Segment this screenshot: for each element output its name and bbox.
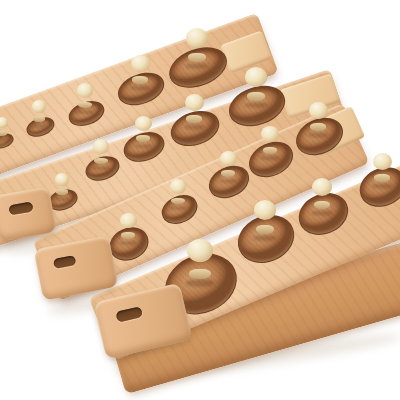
knob-foot xyxy=(136,135,150,142)
finger-notch xyxy=(8,201,33,215)
cylinder-knob-b1-c1[interactable] xyxy=(0,117,8,136)
cylinder-knob-b1-c5[interactable] xyxy=(186,28,208,62)
cylinder-knob-b2-c1[interactable] xyxy=(55,173,69,195)
knob-contact-shadow xyxy=(185,63,209,69)
knob-head xyxy=(309,102,328,119)
cylinder-knob-b4-c5[interactable] xyxy=(373,153,392,182)
cylinder-knob-b2-c3[interactable] xyxy=(135,116,152,142)
cylinder-knob-b4-c3[interactable] xyxy=(254,200,276,234)
knob-foot xyxy=(221,170,235,177)
cylinder-knob-b4-c4[interactable] xyxy=(312,178,332,209)
knob-head xyxy=(77,83,93,98)
knob-head xyxy=(373,153,392,170)
cylinder-knob-b1-c3[interactable] xyxy=(77,83,93,108)
knob-foot xyxy=(33,116,44,122)
knob-contact-shadow xyxy=(311,210,333,216)
knob-contact-shadow xyxy=(372,183,393,188)
knob-contact-shadow xyxy=(54,197,69,201)
knob-head xyxy=(32,100,46,113)
knob-head xyxy=(55,173,69,186)
cylinder-knob-b4-c2[interactable] xyxy=(187,239,213,279)
knob-head xyxy=(312,178,332,196)
knob-head xyxy=(93,139,109,154)
knob-head xyxy=(120,213,137,228)
scene xyxy=(0,0,400,400)
cylinder-knob-b2-c2[interactable] xyxy=(93,139,109,164)
knob-contact-shadow xyxy=(0,138,9,141)
knob-head xyxy=(135,116,152,131)
knob-head xyxy=(254,200,276,220)
cylinder-knob-b3-c1[interactable] xyxy=(170,179,186,204)
knob-contact-shadow xyxy=(184,124,205,129)
knob-contact-shadow xyxy=(130,85,151,90)
cylinder-knob-b2-c4[interactable] xyxy=(185,94,204,123)
knob-contact-shadow xyxy=(308,132,329,137)
knob-foot xyxy=(121,232,135,239)
cylinder-knob-b3-c2[interactable] xyxy=(220,151,237,177)
knob-contact-shadow xyxy=(244,102,268,108)
cylinder-knob-b1-c2[interactable] xyxy=(32,100,46,122)
cylinder-knob-b1-c4[interactable] xyxy=(131,55,150,84)
knob-contact-shadow xyxy=(186,279,215,286)
knob-head xyxy=(245,67,267,87)
knob-head xyxy=(0,117,8,128)
cylinder-knob-b2-c5[interactable] xyxy=(245,67,267,101)
knob-head xyxy=(131,55,150,72)
cylinder-knob-b3-c4[interactable] xyxy=(309,102,328,131)
cylinder-knob-b4-c1[interactable] xyxy=(120,213,137,239)
knob-contact-shadow xyxy=(31,124,46,128)
knob-head xyxy=(220,151,237,166)
knob-head xyxy=(185,94,204,111)
knob-contact-shadow xyxy=(260,155,280,160)
knob-head xyxy=(170,179,186,194)
knob-head xyxy=(261,126,279,142)
finger-notch xyxy=(115,306,143,323)
finger-notch xyxy=(53,255,77,269)
knob-contact-shadow xyxy=(253,235,277,241)
cylinder-knob-b3-c3[interactable] xyxy=(261,126,279,154)
knob-foot xyxy=(189,269,210,279)
knob-head xyxy=(186,28,208,48)
knob-foot xyxy=(56,189,67,195)
knob-head xyxy=(187,239,213,262)
knob-foot xyxy=(314,201,330,209)
